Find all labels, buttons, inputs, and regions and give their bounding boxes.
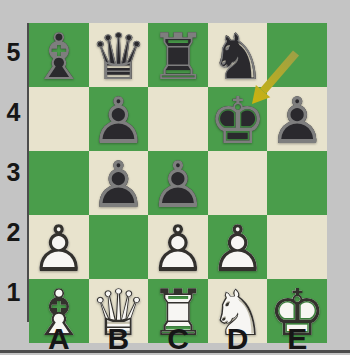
square-e2[interactable] — [267, 215, 327, 279]
square-c4[interactable] — [148, 87, 208, 151]
piece-glyph-outline: ♙ — [90, 153, 147, 217]
square-b4[interactable]: ♟♙ — [89, 87, 149, 151]
piece-glyph-outline: ♗ — [30, 25, 87, 89]
piece-glyph-outline: ♘ — [209, 25, 266, 89]
square-e5[interactable] — [267, 23, 327, 87]
square-c3[interactable]: ♟♙ — [148, 151, 208, 215]
rank-label-4: 4 — [0, 83, 27, 143]
piece-black-pawn[interactable]: ♟♙ — [269, 89, 326, 153]
rank-label-1: 1 — [0, 262, 27, 322]
square-e3[interactable] — [267, 151, 327, 215]
chess-board: ♝♗♛♕♜♖♞♘♟♙♚♔♟♙♟♙♟♙♟♙♟♙♟♙♝♗♛♕♜♖♞♘♚♔ — [29, 23, 327, 322]
square-d2[interactable]: ♟♙ — [208, 215, 268, 279]
piece-black-queen[interactable]: ♛♕ — [90, 25, 147, 89]
piece-glyph-outline: ♖ — [149, 25, 206, 89]
square-a2[interactable]: ♟♙ — [29, 215, 89, 279]
piece-black-rook[interactable]: ♜♖ — [149, 25, 206, 89]
piece-glyph-outline: ♙ — [269, 89, 326, 153]
rank-labels: 54321 — [0, 23, 27, 322]
square-a4[interactable] — [29, 87, 89, 151]
square-b2[interactable] — [89, 215, 149, 279]
file-labels: ABCDE — [29, 322, 327, 350]
square-d3[interactable] — [208, 151, 268, 215]
window-bottom-divider — [0, 350, 350, 353]
piece-white-pawn[interactable]: ♟♙ — [209, 217, 266, 281]
piece-glyph-outline: ♙ — [149, 217, 206, 281]
square-c5[interactable]: ♜♖ — [148, 23, 208, 87]
piece-black-king[interactable]: ♚♔ — [209, 89, 266, 153]
rank-label-2: 2 — [0, 202, 27, 262]
square-c2[interactable]: ♟♙ — [148, 215, 208, 279]
square-d4[interactable]: ♚♔ — [208, 87, 268, 151]
piece-glyph-outline: ♔ — [209, 89, 266, 153]
square-b5[interactable]: ♛♕ — [89, 23, 149, 87]
piece-glyph-outline: ♙ — [149, 153, 206, 217]
piece-black-knight[interactable]: ♞♘ — [209, 25, 266, 89]
board-panel: 54321 ♝♗♛♕♜♖♞♘♟♙♚♔♟♙♟♙♟♙♟♙♟♙♟♙♝♗♛♕♜♖♞♘♚♔… — [0, 0, 350, 355]
rank-label-3: 3 — [0, 143, 27, 203]
rank-label-5: 5 — [0, 23, 27, 83]
piece-black-pawn[interactable]: ♟♙ — [149, 153, 206, 217]
square-b3[interactable]: ♟♙ — [89, 151, 149, 215]
piece-white-pawn[interactable]: ♟♙ — [30, 217, 87, 281]
square-a5[interactable]: ♝♗ — [29, 23, 89, 87]
piece-black-pawn[interactable]: ♟♙ — [90, 89, 147, 153]
piece-glyph-outline: ♙ — [90, 89, 147, 153]
square-e4[interactable]: ♟♙ — [267, 87, 327, 151]
piece-black-bishop[interactable]: ♝♗ — [30, 25, 87, 89]
piece-glyph-outline: ♙ — [209, 217, 266, 281]
piece-black-pawn[interactable]: ♟♙ — [90, 153, 147, 217]
piece-glyph-outline: ♕ — [90, 25, 147, 89]
piece-white-pawn[interactable]: ♟♙ — [149, 217, 206, 281]
piece-glyph-outline: ♙ — [30, 217, 87, 281]
square-a3[interactable] — [29, 151, 89, 215]
square-d5[interactable]: ♞♘ — [208, 23, 268, 87]
